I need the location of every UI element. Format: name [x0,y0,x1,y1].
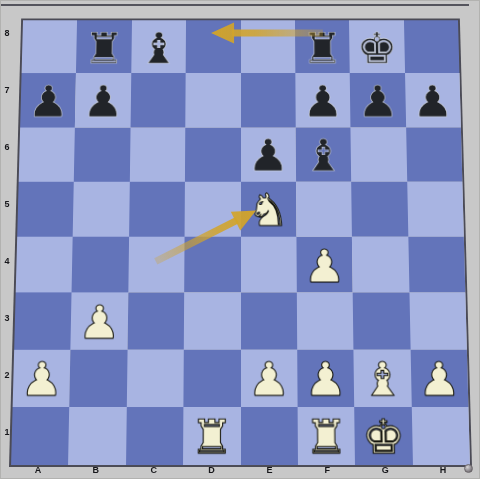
piece-black-pawn-h7[interactable]: ♟ [412,79,454,123]
board-perspective-wrap: ♜♝♜♚♟♟♟♟♟♟♝♞♟♟♟♟♟♝♟♜♜♚ [9,19,472,467]
square-c3[interactable] [127,293,184,350]
square-a2[interactable]: ♟ [13,349,71,406]
rank-label-8: 8 [1,28,13,38]
piece-white-king-g1[interactable]: ♚ [362,413,406,460]
square-f4[interactable]: ♟ [296,237,353,293]
piece-white-bishop-g2[interactable]: ♝ [361,356,404,403]
rank-label-7: 7 [1,85,13,95]
square-g5[interactable] [351,182,408,237]
square-f6[interactable]: ♝ [296,127,352,181]
piece-white-pawn-a2[interactable]: ♟ [20,356,64,403]
square-h5[interactable] [407,182,464,237]
piece-white-knight-e5[interactable]: ♞ [247,188,289,233]
square-b4[interactable] [72,237,129,293]
square-e7[interactable] [241,73,296,127]
rank-label-3: 3 [1,313,13,323]
square-e5[interactable]: ♞ [241,182,297,237]
square-c2[interactable] [127,349,184,406]
square-a3[interactable] [14,293,72,350]
square-e4[interactable] [241,237,297,293]
corner-knob-icon[interactable] [464,464,473,473]
square-b1[interactable] [68,407,126,465]
square-h8[interactable] [404,20,460,73]
piece-white-pawn-b3[interactable]: ♟ [78,299,121,345]
square-b6[interactable] [74,127,130,181]
window-top-edge [0,4,469,6]
square-f7[interactable]: ♟ [295,73,350,127]
piece-white-pawn-f2[interactable]: ♟ [304,356,347,403]
piece-white-pawn-e2[interactable]: ♟ [248,356,291,403]
square-g8[interactable]: ♚ [349,20,404,73]
file-label-d: D [205,465,219,475]
piece-white-rook-f1[interactable]: ♜ [305,413,348,460]
piece-black-pawn-b7[interactable]: ♟ [82,79,124,123]
square-b2[interactable] [70,349,128,406]
square-c6[interactable] [130,127,186,181]
piece-black-pawn-g7[interactable]: ♟ [357,79,399,123]
square-f1[interactable]: ♜ [297,407,355,465]
piece-black-bishop-c8[interactable]: ♝ [138,26,179,69]
square-d1[interactable]: ♜ [183,407,240,465]
square-a5[interactable] [17,182,74,237]
rank-label-4: 4 [1,256,13,266]
rank-label-6: 6 [1,142,13,152]
piece-white-rook-d1[interactable]: ♜ [190,413,233,460]
square-a7[interactable]: ♟ [20,73,76,127]
square-e2[interactable]: ♟ [241,349,298,406]
square-a6[interactable] [19,127,76,181]
piece-white-pawn-f4[interactable]: ♟ [303,243,345,288]
square-g3[interactable] [353,293,410,350]
square-g1[interactable]: ♚ [354,407,412,465]
square-b8[interactable]: ♜ [76,20,131,73]
square-c5[interactable] [129,182,185,237]
square-d5[interactable] [185,182,241,237]
square-d8[interactable] [186,20,241,73]
square-h1[interactable] [411,407,470,465]
square-f5[interactable] [296,182,352,237]
piece-black-rook-f8[interactable]: ♜ [302,26,343,69]
square-d6[interactable] [185,127,240,181]
square-e3[interactable] [241,293,298,350]
board: ♜♝♜♚♟♟♟♟♟♟♝♞♟♟♟♟♟♝♟♜♜♚ [9,19,472,467]
square-d3[interactable] [184,293,241,350]
square-e1[interactable] [241,407,298,465]
square-e8[interactable] [241,20,296,73]
rank-label-5: 5 [1,199,13,209]
piece-black-pawn-e6[interactable]: ♟ [247,133,289,177]
square-f2[interactable]: ♟ [297,349,354,406]
file-label-c: C [147,465,161,475]
rank-label-2: 2 [1,370,13,380]
square-h3[interactable] [409,293,467,350]
square-h6[interactable] [406,127,463,181]
file-label-f: F [320,465,334,475]
square-d2[interactable] [184,349,241,406]
piece-black-pawn-f7[interactable]: ♟ [302,79,344,123]
square-f8[interactable]: ♜ [295,20,350,73]
square-c4[interactable] [128,237,185,293]
piece-white-pawn-h2[interactable]: ♟ [417,356,461,403]
square-d4[interactable] [184,237,240,293]
file-label-e: E [262,465,276,475]
square-a4[interactable] [16,237,73,293]
square-g2[interactable]: ♝ [354,349,412,406]
rank-label-1: 1 [1,427,13,437]
file-label-a: A [31,465,45,475]
square-a1[interactable] [11,407,70,465]
piece-black-king-g8[interactable]: ♚ [356,26,398,69]
square-b5[interactable] [73,182,130,237]
piece-black-bishop-f6[interactable]: ♝ [303,133,345,177]
square-h4[interactable] [408,237,465,293]
square-a8[interactable] [22,20,78,73]
square-c8[interactable]: ♝ [131,20,186,73]
file-label-b: B [89,465,103,475]
square-h2[interactable]: ♟ [410,349,468,406]
square-h7[interactable]: ♟ [405,73,461,127]
piece-black-rook-b8[interactable]: ♜ [83,26,125,69]
square-g4[interactable] [352,237,409,293]
square-c1[interactable] [126,407,184,465]
file-label-g: G [378,465,392,475]
square-f3[interactable] [297,293,354,350]
square-g6[interactable] [351,127,407,181]
square-b7[interactable]: ♟ [75,73,131,127]
square-d7[interactable] [185,73,240,127]
square-e6[interactable]: ♟ [241,127,296,181]
square-c7[interactable] [130,73,185,127]
square-g7[interactable]: ♟ [350,73,406,127]
file-label-h: H [436,465,450,475]
piece-black-pawn-a7[interactable]: ♟ [27,79,69,123]
square-b3[interactable]: ♟ [71,293,128,350]
